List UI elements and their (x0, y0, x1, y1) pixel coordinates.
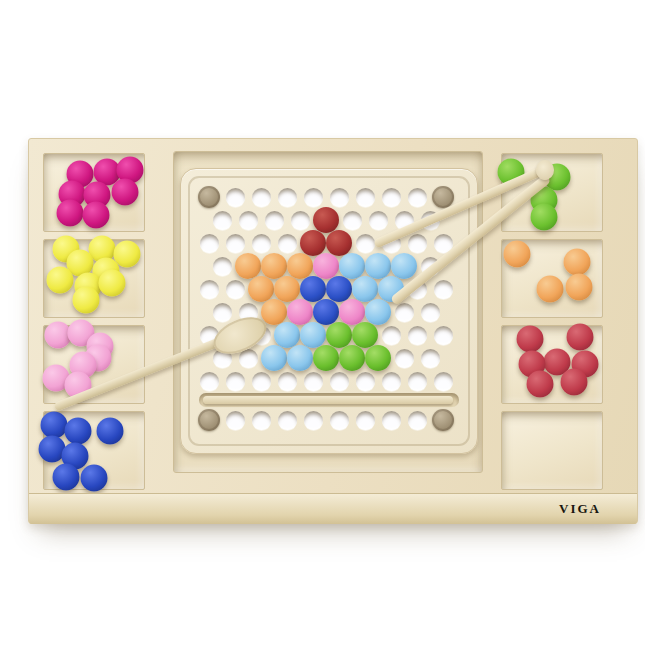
board-hole[interactable] (408, 411, 427, 430)
board-hole[interactable] (382, 372, 401, 391)
board-hole[interactable] (304, 188, 323, 207)
bead-green[interactable] (365, 345, 391, 371)
board-hole[interactable] (239, 211, 258, 230)
compartment-red[interactable] (501, 325, 603, 404)
bead-green[interactable] (326, 322, 352, 348)
board-hole[interactable] (421, 349, 440, 368)
board-hole[interactable] (343, 211, 362, 230)
ball-yellow[interactable] (47, 267, 74, 294)
ball-orange[interactable] (504, 240, 531, 267)
board-hole[interactable] (226, 188, 245, 207)
bead-light-blue[interactable] (287, 345, 313, 371)
board-hole[interactable] (213, 257, 232, 276)
board-hole[interactable] (356, 372, 375, 391)
ball-orange[interactable] (537, 275, 564, 302)
board-hole[interactable] (213, 211, 232, 230)
corner-screw-peg (432, 186, 454, 208)
ball-blue[interactable] (65, 418, 92, 445)
board-hole[interactable] (382, 188, 401, 207)
bead-pink[interactable] (287, 299, 313, 325)
board-hole[interactable] (330, 372, 349, 391)
bead-green[interactable] (339, 345, 365, 371)
bead-orange[interactable] (235, 253, 261, 279)
corner-screw-peg (432, 409, 454, 431)
board-hole[interactable] (408, 326, 427, 345)
board-hole[interactable] (291, 211, 310, 230)
ball-orange[interactable] (564, 249, 591, 276)
bead-dark-red[interactable] (300, 230, 326, 256)
board-hole[interactable] (434, 372, 453, 391)
ball-red[interactable] (527, 370, 554, 397)
bead-royal-blue[interactable] (300, 276, 326, 302)
brand-logo: VIGA (559, 501, 601, 517)
ball-red[interactable] (517, 326, 544, 353)
board-hole[interactable] (226, 372, 245, 391)
tweezers-joint (536, 160, 554, 180)
board-hole[interactable] (278, 188, 297, 207)
compartment-orange[interactable] (501, 239, 603, 318)
ball-blue[interactable] (81, 465, 108, 492)
board-hole[interactable] (395, 349, 414, 368)
board-hole[interactable] (421, 303, 440, 322)
bead-light-blue[interactable] (352, 276, 378, 302)
compartment-blue[interactable] (43, 411, 145, 490)
board-hole[interactable] (330, 411, 349, 430)
ball-red[interactable] (561, 369, 588, 396)
board-hole[interactable] (252, 234, 271, 253)
bead-orange[interactable] (287, 253, 313, 279)
board-hole[interactable] (304, 411, 323, 430)
bead-royal-blue[interactable] (326, 276, 352, 302)
bead-light-blue[interactable] (391, 253, 417, 279)
bead-green[interactable] (352, 322, 378, 348)
board-hole[interactable] (395, 303, 414, 322)
board-hole[interactable] (356, 411, 375, 430)
bead-orange[interactable] (261, 299, 287, 325)
compartment-magenta[interactable] (43, 153, 145, 232)
pegboard-plate (180, 168, 478, 454)
board-hole[interactable] (382, 411, 401, 430)
board-hole[interactable] (226, 280, 245, 299)
bead-dark-red[interactable] (313, 207, 339, 233)
board-hole[interactable] (408, 188, 427, 207)
board-hole[interactable] (434, 280, 453, 299)
board-hole[interactable] (408, 372, 427, 391)
board-hole[interactable] (213, 303, 232, 322)
ball-red[interactable] (567, 323, 594, 350)
ball-magenta[interactable] (83, 201, 110, 228)
ball-orange[interactable] (566, 273, 593, 300)
ball-green[interactable] (531, 204, 558, 231)
bead-light-blue[interactable] (365, 299, 391, 325)
ball-yellow[interactable] (99, 270, 126, 297)
compartment-empty[interactable] (501, 411, 603, 490)
bead-royal-blue[interactable] (313, 299, 339, 325)
board-hole[interactable] (252, 188, 271, 207)
slider-stick[interactable] (203, 396, 453, 404)
tray-front-face: VIGA (29, 493, 637, 524)
product-photo-scene: VIGA (0, 0, 645, 652)
board-hole[interactable] (408, 234, 427, 253)
board-hole[interactable] (330, 188, 349, 207)
board-hole[interactable] (278, 372, 297, 391)
bead-light-blue[interactable] (300, 322, 326, 348)
bead-orange[interactable] (261, 253, 287, 279)
bead-light-blue[interactable] (274, 322, 300, 348)
bead-dark-red[interactable] (326, 230, 352, 256)
board-hole[interactable] (304, 372, 323, 391)
bead-pink[interactable] (313, 253, 339, 279)
bead-green[interactable] (313, 345, 339, 371)
board-recess (173, 151, 483, 473)
board-hole[interactable] (356, 188, 375, 207)
board-hole[interactable] (434, 326, 453, 345)
ball-blue[interactable] (41, 412, 68, 439)
board-hole[interactable] (278, 234, 297, 253)
corner-screw-peg (198, 186, 220, 208)
ball-magenta[interactable] (57, 199, 84, 226)
board-hole[interactable] (252, 411, 271, 430)
corner-screw-peg (198, 409, 220, 431)
bead-orange[interactable] (248, 276, 274, 302)
board-hole[interactable] (278, 411, 297, 430)
bead-light-blue[interactable] (261, 345, 287, 371)
wooden-tray: VIGA (28, 138, 638, 524)
ball-blue[interactable] (97, 418, 124, 445)
board-hole[interactable] (369, 211, 388, 230)
bead-light-blue[interactable] (339, 253, 365, 279)
bead-pink[interactable] (339, 299, 365, 325)
board-hole[interactable] (252, 372, 271, 391)
bead-light-blue[interactable] (365, 253, 391, 279)
board-hole[interactable] (226, 234, 245, 253)
ball-magenta[interactable] (112, 178, 139, 205)
board-hole[interactable] (226, 411, 245, 430)
board-hole[interactable] (200, 234, 219, 253)
board-hole[interactable] (382, 326, 401, 345)
ball-yellow[interactable] (73, 287, 100, 314)
board-hole[interactable] (265, 211, 284, 230)
board-hole[interactable] (200, 372, 219, 391)
compartment-yellow[interactable] (43, 239, 145, 318)
board-hole[interactable] (200, 280, 219, 299)
board-hole[interactable] (356, 234, 375, 253)
bead-orange[interactable] (274, 276, 300, 302)
ball-blue[interactable] (53, 463, 80, 490)
